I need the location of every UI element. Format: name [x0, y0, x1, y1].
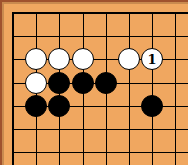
black-stone: [95, 72, 117, 94]
move-number-label: 1: [147, 53, 156, 66]
white-stone: [118, 48, 140, 70]
grid-line: [12, 129, 188, 130]
grid-line: [129, 12, 130, 165]
grid-line: [12, 12, 14, 165]
grid-line: [12, 12, 188, 14]
black-stone: [48, 72, 70, 94]
black-stone: [48, 95, 70, 117]
white-stone: [72, 48, 94, 70]
black-stone: [72, 72, 94, 94]
grid-line: [12, 152, 188, 153]
board-frame-left-bevel: [2, 2, 4, 165]
white-stone: [48, 48, 70, 70]
grid-line: [12, 36, 188, 37]
go-board-diagram: 1: [0, 0, 188, 165]
board-frame-top-bevel: [2, 2, 188, 4]
grid-line: [152, 12, 153, 165]
white-stone: [25, 48, 47, 70]
white-stone: [25, 72, 47, 94]
black-stone: [25, 95, 47, 117]
black-stone: [141, 95, 163, 117]
grid-line: [175, 12, 176, 165]
white-stone-move-1: 1: [141, 48, 163, 70]
